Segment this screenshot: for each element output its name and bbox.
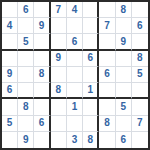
cell-r6c2[interactable] bbox=[18, 83, 34, 99]
cell-r9c1[interactable] bbox=[2, 132, 18, 148]
cell-r7c7[interactable] bbox=[99, 99, 115, 115]
cell-r3c3[interactable] bbox=[34, 34, 50, 50]
cell-r9c4[interactable] bbox=[51, 132, 67, 148]
cell-r2c3[interactable]: 9 bbox=[34, 18, 50, 34]
cell-r4c1[interactable] bbox=[2, 51, 18, 67]
cell-r2c4[interactable] bbox=[51, 18, 67, 34]
cell-r8c5[interactable] bbox=[67, 116, 83, 132]
cell-r7c3[interactable] bbox=[34, 99, 50, 115]
cell-r3c6[interactable] bbox=[83, 34, 99, 50]
cell-r3c8[interactable]: 9 bbox=[116, 34, 132, 50]
cell-r4c9[interactable]: 8 bbox=[132, 51, 148, 67]
cell-r7c4[interactable] bbox=[51, 99, 67, 115]
cell-r4c8[interactable] bbox=[116, 51, 132, 67]
cell-r9c2[interactable]: 9 bbox=[18, 132, 34, 148]
cell-r4c5[interactable] bbox=[67, 51, 83, 67]
cell-r7c8[interactable]: 5 bbox=[116, 99, 132, 115]
cell-r4c7[interactable] bbox=[99, 51, 115, 67]
cell-r2c2[interactable] bbox=[18, 18, 34, 34]
cell-r5c3[interactable]: 8 bbox=[34, 67, 50, 83]
cell-r4c4[interactable]: 9 bbox=[51, 51, 67, 67]
cell-r5c7[interactable]: 6 bbox=[99, 67, 115, 83]
cell-r3c9[interactable] bbox=[132, 34, 148, 50]
cell-r9c3[interactable] bbox=[34, 132, 50, 148]
cell-r2c5[interactable] bbox=[67, 18, 83, 34]
cell-r1c1[interactable] bbox=[2, 2, 18, 18]
cell-r1c2[interactable]: 6 bbox=[18, 2, 34, 18]
cell-r8c4[interactable] bbox=[51, 116, 67, 132]
cell-r2c9[interactable]: 6 bbox=[132, 18, 148, 34]
cell-r7c6[interactable] bbox=[83, 99, 99, 115]
cell-r2c7[interactable]: 7 bbox=[99, 18, 115, 34]
cell-r4c6[interactable]: 6 bbox=[83, 51, 99, 67]
cell-r9c7[interactable] bbox=[99, 132, 115, 148]
sudoku-board: 67484976569968986568181556879386 bbox=[0, 0, 150, 150]
cell-r1c9[interactable] bbox=[132, 2, 148, 18]
cell-r5c8[interactable] bbox=[116, 67, 132, 83]
cell-r6c6[interactable]: 1 bbox=[83, 83, 99, 99]
cell-r6c5[interactable] bbox=[67, 83, 83, 99]
cell-r8c1[interactable]: 5 bbox=[2, 116, 18, 132]
cell-r5c1[interactable]: 9 bbox=[2, 67, 18, 83]
cell-r7c9[interactable] bbox=[132, 99, 148, 115]
cell-r1c3[interactable] bbox=[34, 2, 50, 18]
cell-r8c7[interactable]: 8 bbox=[99, 116, 115, 132]
cell-r5c6[interactable] bbox=[83, 67, 99, 83]
cell-r9c5[interactable]: 3 bbox=[67, 132, 83, 148]
cell-r8c6[interactable] bbox=[83, 116, 99, 132]
cell-r6c9[interactable] bbox=[132, 83, 148, 99]
cell-r1c4[interactable]: 7 bbox=[51, 2, 67, 18]
cell-r7c5[interactable]: 1 bbox=[67, 99, 83, 115]
cell-r3c5[interactable]: 6 bbox=[67, 34, 83, 50]
cell-r3c2[interactable]: 5 bbox=[18, 34, 34, 50]
cell-r6c1[interactable]: 6 bbox=[2, 83, 18, 99]
cell-r7c2[interactable]: 8 bbox=[18, 99, 34, 115]
cell-r3c7[interactable] bbox=[99, 34, 115, 50]
cell-r8c2[interactable] bbox=[18, 116, 34, 132]
cell-r1c6[interactable] bbox=[83, 2, 99, 18]
cell-r7c1[interactable] bbox=[2, 99, 18, 115]
cell-r1c5[interactable]: 4 bbox=[67, 2, 83, 18]
cell-r9c6[interactable]: 8 bbox=[83, 132, 99, 148]
cell-r2c6[interactable] bbox=[83, 18, 99, 34]
cell-r8c9[interactable]: 7 bbox=[132, 116, 148, 132]
cell-r4c2[interactable] bbox=[18, 51, 34, 67]
cell-r5c4[interactable] bbox=[51, 67, 67, 83]
cell-r2c8[interactable] bbox=[116, 18, 132, 34]
cell-r8c8[interactable] bbox=[116, 116, 132, 132]
cell-r6c8[interactable] bbox=[116, 83, 132, 99]
cell-r5c2[interactable] bbox=[18, 67, 34, 83]
cell-r9c9[interactable] bbox=[132, 132, 148, 148]
cell-r1c8[interactable]: 8 bbox=[116, 2, 132, 18]
cell-r6c4[interactable]: 8 bbox=[51, 83, 67, 99]
cell-r2c1[interactable]: 4 bbox=[2, 18, 18, 34]
cell-r3c1[interactable] bbox=[2, 34, 18, 50]
cell-r5c5[interactable] bbox=[67, 67, 83, 83]
cell-r6c7[interactable] bbox=[99, 83, 115, 99]
cell-r3c4[interactable] bbox=[51, 34, 67, 50]
cell-r4c3[interactable] bbox=[34, 51, 50, 67]
cell-r8c3[interactable]: 6 bbox=[34, 116, 50, 132]
cell-r9c8[interactable]: 6 bbox=[116, 132, 132, 148]
cell-r6c3[interactable] bbox=[34, 83, 50, 99]
cell-r5c9[interactable]: 5 bbox=[132, 67, 148, 83]
cell-r1c7[interactable] bbox=[99, 2, 115, 18]
